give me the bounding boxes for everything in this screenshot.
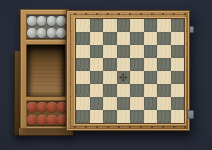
white-draughts-disc[interactable] [47,16,57,26]
frame-inlay-dot [118,126,120,128]
frame-inlay-dot [70,109,72,111]
board-square[interactable] [130,45,144,58]
white-draughts-disc[interactable] [27,28,37,38]
board-square[interactable] [117,84,131,97]
board-square[interactable] [130,97,144,110]
frame-inlay-dot [173,13,175,15]
white-draughts-disc[interactable] [37,16,47,26]
board-square[interactable] [130,32,144,45]
board-square[interactable] [103,71,117,84]
white-draughts-disc[interactable] [37,28,47,38]
board-square[interactable] [157,71,171,84]
board-square[interactable] [130,19,144,32]
board-square[interactable] [90,32,104,45]
board-square[interactable] [144,110,158,123]
board-square[interactable] [103,84,117,97]
board-square[interactable] [157,97,171,110]
board-square[interactable] [117,19,131,32]
frame-inlay-dot [107,126,109,128]
board-square[interactable] [130,58,144,71]
board-square[interactable] [90,110,104,123]
board-square[interactable] [157,110,171,123]
frame-inlay-dot [74,13,76,15]
frame-inlay-dot [184,13,186,15]
frame-inlay-dot [186,122,188,124]
frame-inlay-dot [140,126,142,128]
frame-inlay-dot [162,126,164,128]
frame-inlay-dot [186,57,188,59]
board-square[interactable] [130,71,144,84]
frame-inlay-dot [186,31,188,33]
board-square[interactable] [90,97,104,110]
frame-inlay-dot [186,70,188,72]
board-square[interactable] [76,58,90,71]
board-square[interactable] [144,19,158,32]
board-square[interactable] [171,97,185,110]
frame-inlay-dot [85,126,87,128]
board-square[interactable] [103,32,117,45]
frame-inlay-dot [70,44,72,46]
board-square[interactable] [117,110,131,123]
board-square[interactable] [103,45,117,58]
frame-inlay-dot [70,70,72,72]
board-square[interactable] [76,45,90,58]
board-square[interactable] [117,97,131,110]
board-square[interactable] [76,84,90,97]
frame-inlay-dot [173,126,175,128]
board-grid: ✣ [75,18,185,124]
frame-inlay-dot [107,13,109,15]
metal-clasp-icon [187,110,194,119]
silver-draughts-tray [26,14,67,40]
box-bottom-rail [19,128,73,136]
frame-inlay-dot [118,13,120,15]
empty-compartment [26,44,66,97]
board-square[interactable] [103,97,117,110]
frame-inlay-dot [74,126,76,128]
frame-inlay-dot [70,57,72,59]
frame-inlay-dot [70,83,72,85]
frame-inlay-dot [70,31,72,33]
frame-inlay-dot [140,13,142,15]
board-square[interactable] [171,45,185,58]
board-square[interactable] [90,45,104,58]
board-square[interactable] [103,19,117,32]
red-draughts-disc[interactable] [27,115,37,125]
board-square[interactable] [171,84,185,97]
board-square[interactable] [144,58,158,71]
frame-inlay-dot [96,126,98,128]
board-square[interactable] [171,19,185,32]
frame-inlay-dot [186,96,188,98]
board-square[interactable] [76,19,90,32]
board-square[interactable] [171,58,185,71]
board-square[interactable] [157,58,171,71]
board-square[interactable] [171,110,185,123]
frame-inlay-dot [129,126,131,128]
board-square[interactable] [103,58,117,71]
frame-inlay-dot [70,122,72,124]
frame-inlay-dot [85,13,87,15]
white-draughts-disc[interactable] [27,16,37,26]
board-square[interactable] [144,97,158,110]
board-square[interactable] [157,45,171,58]
red-draughts-disc[interactable] [37,115,47,125]
frame-inlay-dot [96,13,98,15]
board-square[interactable] [76,110,90,123]
board-square[interactable] [144,71,158,84]
board-square[interactable] [103,110,117,123]
frame-inlay-dot [186,83,188,85]
board-square[interactable] [130,84,144,97]
metal-clasp-icon [189,26,194,33]
frame-inlay-dot [129,13,131,15]
board-square[interactable] [157,19,171,32]
board-square[interactable] [76,71,90,84]
board-square[interactable] [144,32,158,45]
frame-inlay-dot [162,13,164,15]
frame-inlay-dot [70,18,72,20]
red-draughts-disc[interactable] [47,102,57,112]
frame-inlay-dot [186,18,188,20]
red-draughts-disc[interactable] [27,102,37,112]
frame-inlay-dot [151,13,153,15]
board-square[interactable] [130,110,144,123]
red-draughts-disc[interactable] [37,102,47,112]
board-square[interactable]: ✣ [117,71,131,84]
board-square[interactable] [171,71,185,84]
board-square[interactable] [171,32,185,45]
game-board: ✣ [66,10,190,131]
scene: ✣ [0,0,212,150]
maker-mark-icon: ✣ [119,72,127,82]
piece-drawer[interactable] [20,9,69,129]
board-square[interactable] [117,58,131,71]
board-square[interactable] [90,19,104,32]
red-draughts-disc[interactable] [47,115,57,125]
board-square[interactable] [90,71,104,84]
board-square[interactable] [90,84,104,97]
board-square[interactable] [90,58,104,71]
board-square[interactable] [144,45,158,58]
board-square[interactable] [76,32,90,45]
board-square[interactable] [117,32,131,45]
board-square[interactable] [157,84,171,97]
frame-inlay-dot [151,126,153,128]
board-square[interactable] [117,45,131,58]
frame-inlay-dot [186,44,188,46]
board-square[interactable] [76,97,90,110]
board-square[interactable] [144,84,158,97]
board-square[interactable] [157,32,171,45]
frame-inlay-dot [184,126,186,128]
white-draughts-disc[interactable] [47,28,57,38]
frame-inlay-dot [70,96,72,98]
